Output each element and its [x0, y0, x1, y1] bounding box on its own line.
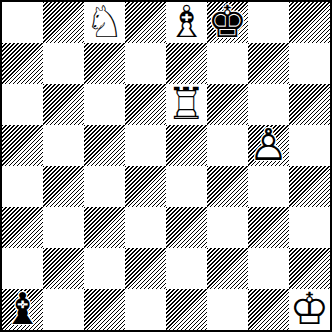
- piece-fill-white-king: ♚: [290, 287, 329, 331]
- square-d4[interactable]: [125, 166, 166, 207]
- square-c1[interactable]: [84, 289, 125, 330]
- square-e6[interactable]: ♜♖: [166, 84, 207, 125]
- square-c2[interactable]: [84, 248, 125, 289]
- square-b4[interactable]: [43, 166, 84, 207]
- piece-fill-white-pawn: ♟: [249, 123, 288, 167]
- square-h8[interactable]: [289, 2, 330, 43]
- square-d1[interactable]: [125, 289, 166, 330]
- square-g3[interactable]: [248, 207, 289, 248]
- square-g1[interactable]: [248, 289, 289, 330]
- square-b6[interactable]: [43, 84, 84, 125]
- square-c7[interactable]: [84, 43, 125, 84]
- square-e7[interactable]: [166, 43, 207, 84]
- square-g6[interactable]: [248, 84, 289, 125]
- square-h4[interactable]: [289, 166, 330, 207]
- piece-white-knight: ♘: [85, 0, 124, 44]
- square-f5[interactable]: [207, 125, 248, 166]
- square-c5[interactable]: [84, 125, 125, 166]
- piece-white-king: ♔: [290, 287, 329, 331]
- square-d2[interactable]: [125, 248, 166, 289]
- square-h5[interactable]: [289, 125, 330, 166]
- piece-fill-black-king: ♚: [208, 0, 247, 44]
- square-a3[interactable]: [2, 207, 43, 248]
- square-e8[interactable]: ♝♗: [166, 2, 207, 43]
- square-e3[interactable]: [166, 207, 207, 248]
- square-b1[interactable]: [43, 289, 84, 330]
- piece-black-king: ♚: [208, 0, 247, 44]
- piece-fill-white-rook: ♜: [167, 82, 206, 126]
- square-b5[interactable]: [43, 125, 84, 166]
- square-a8[interactable]: [2, 2, 43, 43]
- square-f4[interactable]: [207, 166, 248, 207]
- chess-board: ♞♘♝♗♚♚♜♖♟♙♝♝♚♔: [0, 0, 332, 332]
- square-b3[interactable]: [43, 207, 84, 248]
- piece-white-bishop: ♗: [167, 0, 206, 44]
- square-g2[interactable]: [248, 248, 289, 289]
- square-e2[interactable]: [166, 248, 207, 289]
- square-e1[interactable]: [166, 289, 207, 330]
- square-h3[interactable]: [289, 207, 330, 248]
- square-f1[interactable]: [207, 289, 248, 330]
- square-d3[interactable]: [125, 207, 166, 248]
- square-b2[interactable]: [43, 248, 84, 289]
- square-d6[interactable]: [125, 84, 166, 125]
- square-a7[interactable]: [2, 43, 43, 84]
- square-a4[interactable]: [2, 166, 43, 207]
- square-d5[interactable]: [125, 125, 166, 166]
- square-g5[interactable]: ♟♙: [248, 125, 289, 166]
- square-g8[interactable]: [248, 2, 289, 43]
- square-g7[interactable]: [248, 43, 289, 84]
- square-e4[interactable]: [166, 166, 207, 207]
- square-h1[interactable]: ♚♔: [289, 289, 330, 330]
- piece-fill-black-bishop: ♝: [3, 287, 42, 331]
- square-f2[interactable]: [207, 248, 248, 289]
- square-c8[interactable]: ♞♘: [84, 2, 125, 43]
- square-h2[interactable]: [289, 248, 330, 289]
- piece-black-bishop: ♝: [3, 287, 42, 331]
- square-b7[interactable]: [43, 43, 84, 84]
- square-e5[interactable]: [166, 125, 207, 166]
- square-h7[interactable]: [289, 43, 330, 84]
- piece-white-pawn: ♙: [249, 123, 288, 167]
- square-b8[interactable]: [43, 2, 84, 43]
- square-f7[interactable]: [207, 43, 248, 84]
- square-g4[interactable]: [248, 166, 289, 207]
- square-f3[interactable]: [207, 207, 248, 248]
- square-c4[interactable]: [84, 166, 125, 207]
- square-f6[interactable]: [207, 84, 248, 125]
- square-a6[interactable]: [2, 84, 43, 125]
- square-a2[interactable]: [2, 248, 43, 289]
- chess-diagram: ♞♘♝♗♚♚♜♖♟♙♝♝♚♔: [0, 0, 332, 332]
- square-d8[interactable]: [125, 2, 166, 43]
- piece-fill-white-knight: ♞: [85, 0, 124, 44]
- piece-white-rook: ♖: [167, 82, 206, 126]
- square-a5[interactable]: [2, 125, 43, 166]
- square-f8[interactable]: ♚♚: [207, 2, 248, 43]
- square-d7[interactable]: [125, 43, 166, 84]
- square-c6[interactable]: [84, 84, 125, 125]
- piece-fill-white-bishop: ♝: [167, 0, 206, 44]
- square-c3[interactable]: [84, 207, 125, 248]
- square-a1[interactable]: ♝♝: [2, 289, 43, 330]
- square-h6[interactable]: [289, 84, 330, 125]
